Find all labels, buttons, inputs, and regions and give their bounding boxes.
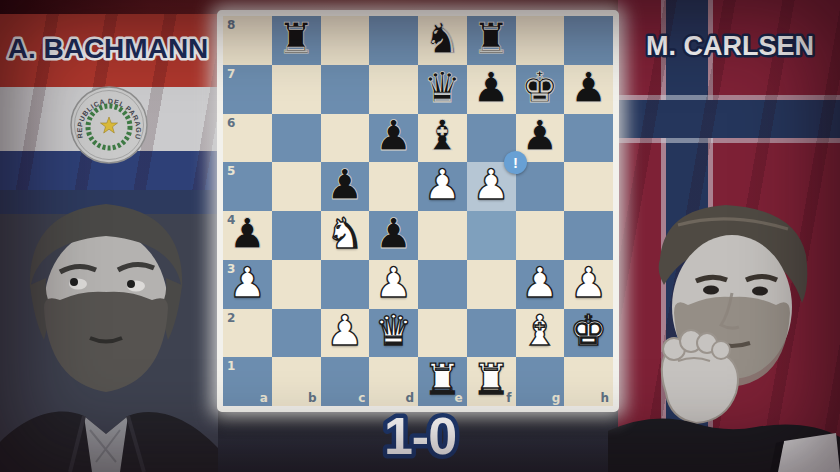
- square-h7[interactable]: ♟: [564, 65, 613, 114]
- square-e8[interactable]: ♞: [418, 16, 467, 65]
- game-result: 1-0: [384, 407, 456, 465]
- square-h4[interactable]: [564, 211, 613, 260]
- square-g2[interactable]: ♝: [516, 309, 565, 358]
- white-pawn[interactable]: ♟: [472, 164, 510, 206]
- square-f3[interactable]: [467, 260, 516, 309]
- square-d3[interactable]: ♟: [369, 260, 418, 309]
- square-d8[interactable]: [369, 16, 418, 65]
- rank-label-3: 3: [227, 262, 235, 276]
- black-rook[interactable]: ♜: [472, 18, 510, 60]
- square-h8[interactable]: [564, 16, 613, 65]
- square-b4[interactable]: [272, 211, 321, 260]
- square-c5[interactable]: ♟: [321, 162, 370, 211]
- square-h2[interactable]: ♚: [564, 309, 613, 358]
- rank-label-8: 8: [227, 18, 235, 32]
- file-label-b: b: [308, 391, 317, 405]
- square-g4[interactable]: [516, 211, 565, 260]
- square-e5[interactable]: ♟: [418, 162, 467, 211]
- square-b2[interactable]: [272, 309, 321, 358]
- square-f8[interactable]: ♜: [467, 16, 516, 65]
- square-d6[interactable]: ♟: [369, 114, 418, 163]
- black-pawn[interactable]: ♟: [570, 67, 608, 109]
- square-a7[interactable]: 7: [223, 65, 272, 114]
- white-pawn[interactable]: ♟: [375, 262, 413, 304]
- square-g7[interactable]: ♚: [516, 65, 565, 114]
- square-e2[interactable]: [418, 309, 467, 358]
- square-c6[interactable]: [321, 114, 370, 163]
- black-queen[interactable]: ♛: [424, 67, 462, 109]
- rank-label-7: 7: [227, 67, 235, 81]
- square-h3[interactable]: ♟: [564, 260, 613, 309]
- square-a4[interactable]: 4♟: [223, 211, 272, 260]
- black-pawn[interactable]: ♟: [375, 115, 413, 157]
- square-e4[interactable]: [418, 211, 467, 260]
- square-e6[interactable]: ♝: [418, 114, 467, 163]
- square-f1[interactable]: f♜: [467, 357, 516, 406]
- square-b3[interactable]: [272, 260, 321, 309]
- white-pawn[interactable]: ♟: [326, 310, 364, 352]
- white-pawn[interactable]: ♟: [570, 262, 608, 304]
- square-e7[interactable]: ♛: [418, 65, 467, 114]
- white-queen[interactable]: ♛: [375, 310, 413, 352]
- square-g3[interactable]: ♟: [516, 260, 565, 309]
- result-wrap: 1-0: [338, 400, 502, 470]
- square-b5[interactable]: [272, 162, 321, 211]
- paraguay-emblem: REPUBLICA DEL PARAGUAY: [70, 86, 148, 164]
- square-c2[interactable]: ♟: [321, 309, 370, 358]
- chess-board-panel: ! 8♜♞♜7♛♟♚♟6♟♝♟5♟♟♟4♟♞♟3♟♟♟♟2♟♛♝♚1abcde♜…: [217, 10, 619, 412]
- file-label-g: g: [552, 391, 561, 405]
- rank-label-4: 4: [227, 213, 235, 227]
- square-a8[interactable]: 8: [223, 16, 272, 65]
- black-bishop[interactable]: ♝: [424, 115, 462, 157]
- player-photo-carlsen: [608, 195, 840, 472]
- board-grid: ! 8♜♞♜7♛♟♚♟6♟♝♟5♟♟♟4♟♞♟3♟♟♟♟2♟♛♝♚1abcde♜…: [223, 16, 613, 406]
- white-knight[interactable]: ♞: [326, 213, 364, 255]
- white-rook[interactable]: ♜: [472, 359, 510, 401]
- square-c8[interactable]: [321, 16, 370, 65]
- square-b7[interactable]: [272, 65, 321, 114]
- player-photo-bachmann: [0, 190, 218, 472]
- player-name-right-wrap: M. CARLSEN: [628, 20, 832, 66]
- square-d1[interactable]: d: [369, 357, 418, 406]
- square-d2[interactable]: ♛: [369, 309, 418, 358]
- square-f7[interactable]: ♟: [467, 65, 516, 114]
- file-label-f: f: [506, 391, 511, 405]
- player-name-left-wrap: A. BACHMANN: [2, 22, 214, 70]
- player-name-carlsen: M. CARLSEN: [646, 31, 814, 61]
- square-e1[interactable]: e♜: [418, 357, 467, 406]
- white-bishop[interactable]: ♝: [521, 310, 559, 352]
- square-g1[interactable]: g: [516, 357, 565, 406]
- square-h1[interactable]: h: [564, 357, 613, 406]
- rank-label-6: 6: [227, 116, 235, 130]
- black-pawn[interactable]: ♟: [375, 213, 413, 255]
- white-pawn[interactable]: ♟: [521, 262, 559, 304]
- square-e3[interactable]: [418, 260, 467, 309]
- square-c7[interactable]: [321, 65, 370, 114]
- rank-label-2: 2: [227, 311, 235, 325]
- square-d5[interactable]: [369, 162, 418, 211]
- black-pawn[interactable]: ♟: [326, 164, 364, 206]
- square-f4[interactable]: [467, 211, 516, 260]
- black-rook[interactable]: ♜: [277, 18, 315, 60]
- white-pawn[interactable]: ♟: [424, 164, 462, 206]
- square-b6[interactable]: [272, 114, 321, 163]
- square-h6[interactable]: [564, 114, 613, 163]
- square-d4[interactable]: ♟: [369, 211, 418, 260]
- square-c4[interactable]: ♞: [321, 211, 370, 260]
- square-a1[interactable]: 1a: [223, 357, 272, 406]
- file-label-a: a: [260, 391, 268, 405]
- square-c1[interactable]: c: [321, 357, 370, 406]
- black-pawn[interactable]: ♟: [521, 115, 559, 157]
- square-d7[interactable]: [369, 65, 418, 114]
- square-a5[interactable]: 5: [223, 162, 272, 211]
- square-b1[interactable]: b: [272, 357, 321, 406]
- black-king[interactable]: ♚: [521, 67, 559, 109]
- rank-label-1: 1: [227, 359, 235, 373]
- black-knight[interactable]: ♞: [424, 18, 462, 60]
- square-h5[interactable]: [564, 162, 613, 211]
- white-king[interactable]: ♚: [570, 310, 608, 352]
- square-a2[interactable]: 2: [223, 309, 272, 358]
- norway-cross-horizontal: [618, 100, 840, 138]
- good-move-badge: !: [504, 151, 527, 174]
- player-name-bachmann: A. BACHMANN: [8, 33, 209, 64]
- square-g8[interactable]: [516, 16, 565, 65]
- square-c3[interactable]: [321, 260, 370, 309]
- rank-label-5: 5: [227, 164, 235, 178]
- black-pawn[interactable]: ♟: [472, 67, 510, 109]
- square-a3[interactable]: 3♟: [223, 260, 272, 309]
- square-b8[interactable]: ♜: [272, 16, 321, 65]
- file-label-h: h: [600, 391, 609, 405]
- square-f2[interactable]: [467, 309, 516, 358]
- scene: REPUBLICA DEL PARAGUAY: [0, 0, 840, 472]
- square-a6[interactable]: 6: [223, 114, 272, 163]
